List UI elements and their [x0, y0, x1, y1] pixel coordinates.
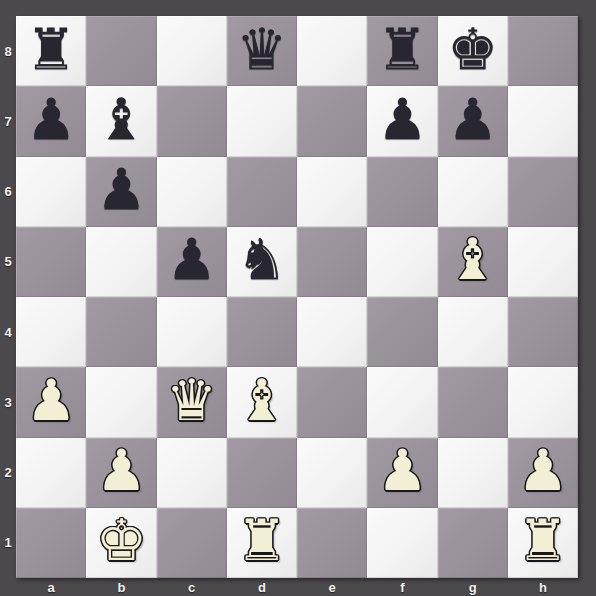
square-f5[interactable]	[367, 227, 437, 297]
square-f6[interactable]	[367, 157, 437, 227]
square-f3[interactable]	[367, 367, 437, 437]
rank-label-4: 4	[0, 297, 16, 367]
file-label-d: d	[227, 578, 297, 596]
square-h2[interactable]: ♟	[508, 438, 578, 508]
square-g3[interactable]	[438, 367, 508, 437]
square-e2[interactable]	[297, 438, 367, 508]
chess-board: ♜♛♜♚♟♝♟♟♟♟♞♝♟♛♝♟♟♟♚♜♜	[16, 16, 578, 578]
black-pawn: ♟	[96, 161, 147, 218]
black-king: ♚	[447, 21, 498, 78]
square-h4[interactable]	[508, 297, 578, 367]
square-g5[interactable]: ♝	[438, 227, 508, 297]
square-f7[interactable]: ♟	[367, 86, 437, 156]
square-f2[interactable]: ♟	[367, 438, 437, 508]
square-d7[interactable]	[227, 86, 297, 156]
square-a7[interactable]: ♟	[16, 86, 86, 156]
square-a1[interactable]	[16, 508, 86, 578]
black-knight: ♞	[236, 231, 287, 288]
square-c1[interactable]	[157, 508, 227, 578]
square-b7[interactable]: ♝	[86, 86, 156, 156]
black-pawn: ♟	[26, 91, 77, 148]
black-rook: ♜	[26, 21, 77, 78]
square-h1[interactable]: ♜	[508, 508, 578, 578]
rank-label-6: 6	[0, 157, 16, 227]
square-g1[interactable]	[438, 508, 508, 578]
white-pawn: ♟	[26, 372, 77, 429]
square-f8[interactable]: ♜	[367, 16, 437, 86]
square-e1[interactable]	[297, 508, 367, 578]
file-label-f: f	[367, 578, 437, 596]
square-d3[interactable]: ♝	[227, 367, 297, 437]
square-f4[interactable]	[367, 297, 437, 367]
square-g2[interactable]	[438, 438, 508, 508]
square-g7[interactable]: ♟	[438, 86, 508, 156]
white-pawn: ♟	[517, 442, 568, 499]
white-bishop: ♝	[447, 231, 498, 288]
square-c7[interactable]	[157, 86, 227, 156]
square-c5[interactable]: ♟	[157, 227, 227, 297]
board-frame: 87654321 ♜♛♜♚♟♝♟♟♟♟♞♝♟♛♝♟♟♟♚♜♜ abcdefgh	[0, 0, 596, 596]
square-c3[interactable]: ♛	[157, 367, 227, 437]
square-d1[interactable]: ♜	[227, 508, 297, 578]
square-b8[interactable]	[86, 16, 156, 86]
square-g4[interactable]	[438, 297, 508, 367]
black-pawn: ♟	[447, 91, 498, 148]
white-queen: ♛	[166, 372, 217, 429]
file-label-h: h	[508, 578, 578, 596]
black-bishop: ♝	[96, 91, 147, 148]
square-a6[interactable]	[16, 157, 86, 227]
square-e7[interactable]	[297, 86, 367, 156]
square-d8[interactable]: ♛	[227, 16, 297, 86]
square-a8[interactable]: ♜	[16, 16, 86, 86]
square-g6[interactable]	[438, 157, 508, 227]
black-queen: ♛	[236, 21, 287, 78]
file-label-b: b	[86, 578, 156, 596]
square-h7[interactable]	[508, 86, 578, 156]
square-e8[interactable]	[297, 16, 367, 86]
file-label-e: e	[297, 578, 367, 596]
black-pawn: ♟	[377, 91, 428, 148]
white-rook: ♜	[236, 512, 287, 569]
square-h6[interactable]	[508, 157, 578, 227]
black-rook: ♜	[377, 21, 428, 78]
rank-label-1: 1	[0, 508, 16, 578]
square-c6[interactable]	[157, 157, 227, 227]
square-b3[interactable]	[86, 367, 156, 437]
square-e3[interactable]	[297, 367, 367, 437]
black-pawn: ♟	[166, 231, 217, 288]
rank-label-7: 7	[0, 86, 16, 156]
rank-label-5: 5	[0, 227, 16, 297]
white-rook: ♜	[517, 512, 568, 569]
square-a3[interactable]: ♟	[16, 367, 86, 437]
square-c2[interactable]	[157, 438, 227, 508]
square-g8[interactable]: ♚	[438, 16, 508, 86]
square-a4[interactable]	[16, 297, 86, 367]
square-h8[interactable]	[508, 16, 578, 86]
square-h5[interactable]	[508, 227, 578, 297]
white-pawn: ♟	[96, 442, 147, 499]
rank-label-3: 3	[0, 367, 16, 437]
square-d6[interactable]	[227, 157, 297, 227]
square-f1[interactable]	[367, 508, 437, 578]
square-a5[interactable]	[16, 227, 86, 297]
square-d4[interactable]	[227, 297, 297, 367]
white-king: ♚	[96, 512, 147, 569]
rank-label-2: 2	[0, 438, 16, 508]
square-b2[interactable]: ♟	[86, 438, 156, 508]
rank-label-8: 8	[0, 16, 16, 86]
square-d5[interactable]: ♞	[227, 227, 297, 297]
square-b5[interactable]	[86, 227, 156, 297]
file-label-a: a	[16, 578, 86, 596]
square-b1[interactable]: ♚	[86, 508, 156, 578]
rank-labels: 87654321	[0, 16, 16, 578]
square-c8[interactable]	[157, 16, 227, 86]
square-b4[interactable]	[86, 297, 156, 367]
square-a2[interactable]	[16, 438, 86, 508]
square-d2[interactable]	[227, 438, 297, 508]
file-label-c: c	[157, 578, 227, 596]
file-labels: abcdefgh	[16, 578, 578, 596]
white-pawn: ♟	[377, 442, 428, 499]
square-c4[interactable]	[157, 297, 227, 367]
square-e6[interactable]	[297, 157, 367, 227]
square-e5[interactable]	[297, 227, 367, 297]
square-h3[interactable]	[508, 367, 578, 437]
white-bishop: ♝	[236, 372, 287, 429]
file-label-g: g	[438, 578, 508, 596]
square-b6[interactable]: ♟	[86, 157, 156, 227]
square-e4[interactable]	[297, 297, 367, 367]
